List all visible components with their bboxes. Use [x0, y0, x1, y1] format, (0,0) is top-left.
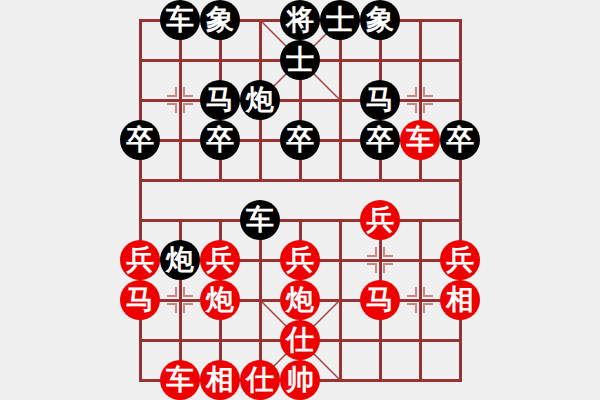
piece-red-soldier[interactable]: 兵	[200, 240, 240, 280]
piece-black-soldier[interactable]: 卒	[440, 120, 480, 160]
piece-black-cannon[interactable]: 炮	[160, 240, 200, 280]
piece-black-soldier[interactable]: 卒	[360, 120, 400, 160]
xiangqi-board: 车象将士象士马炮马卒卒卒卒车卒车兵兵炮兵兵兵马炮炮马相仕车相仕帅	[0, 0, 600, 400]
piece-red-horse[interactable]: 马	[360, 280, 400, 320]
piece-red-elephant[interactable]: 相	[440, 280, 480, 320]
piece-red-cannon[interactable]: 炮	[280, 280, 320, 320]
piece-black-elephant[interactable]: 象	[360, 0, 400, 40]
piece-black-soldier[interactable]: 卒	[280, 120, 320, 160]
piece-red-cannon[interactable]: 炮	[200, 280, 240, 320]
piece-black-chariot[interactable]: 车	[240, 200, 280, 240]
piece-red-soldier[interactable]: 兵	[360, 200, 400, 240]
piece-black-soldier[interactable]: 卒	[200, 120, 240, 160]
piece-black-elephant[interactable]: 象	[200, 0, 240, 40]
piece-red-advisor[interactable]: 仕	[240, 360, 280, 400]
piece-red-chariot[interactable]: 车	[160, 360, 200, 400]
piece-black-soldier[interactable]: 卒	[120, 120, 160, 160]
piece-red-horse[interactable]: 马	[120, 280, 160, 320]
piece-red-soldier[interactable]: 兵	[120, 240, 160, 280]
piece-black-advisor[interactable]: 士	[320, 0, 360, 40]
pieces-layer: 车象将士象士马炮马卒卒卒卒车卒车兵兵炮兵兵兵马炮炮马相仕车相仕帅	[0, 0, 600, 400]
piece-red-elephant[interactable]: 相	[200, 360, 240, 400]
piece-red-general[interactable]: 帅	[280, 360, 320, 400]
piece-red-soldier[interactable]: 兵	[440, 240, 480, 280]
piece-black-chariot[interactable]: 车	[160, 0, 200, 40]
piece-red-advisor[interactable]: 仕	[280, 320, 320, 360]
piece-black-advisor[interactable]: 士	[280, 40, 320, 80]
piece-black-cannon[interactable]: 炮	[240, 80, 280, 120]
piece-black-horse[interactable]: 马	[360, 80, 400, 120]
piece-red-chariot[interactable]: 车	[400, 120, 440, 160]
piece-black-general[interactable]: 将	[280, 0, 320, 40]
piece-red-soldier[interactable]: 兵	[280, 240, 320, 280]
piece-black-horse[interactable]: 马	[200, 80, 240, 120]
